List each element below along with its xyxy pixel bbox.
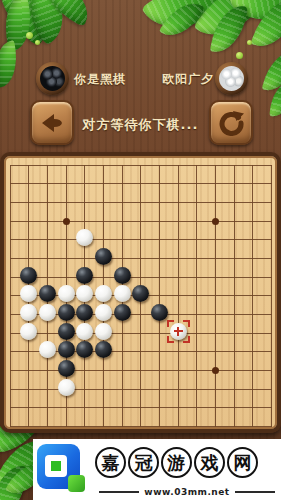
stone-black <box>20 267 37 284</box>
grid-line <box>234 165 235 427</box>
stone-white <box>76 285 93 302</box>
player-color-label: 你是黑棋 <box>74 71 126 88</box>
site-name-char: 游 <box>161 447 192 478</box>
divider <box>99 491 139 493</box>
berry-icon <box>26 32 33 39</box>
star-point <box>212 218 219 225</box>
grid-line <box>10 426 272 427</box>
site-logo-icon <box>37 442 91 498</box>
site-name-char: 嘉 <box>95 447 126 478</box>
grid-line <box>271 165 272 427</box>
grid-line <box>196 165 197 427</box>
stone-black <box>58 360 75 377</box>
black-stones-bowl <box>36 62 69 95</box>
last-move-marker <box>167 320 190 343</box>
stone-white <box>20 323 37 340</box>
divider <box>235 491 275 493</box>
stone-black <box>39 285 56 302</box>
star-point <box>63 218 70 225</box>
stone-white <box>95 323 112 340</box>
stone-white <box>58 285 75 302</box>
grid-line <box>215 165 216 427</box>
grid-line <box>10 407 272 408</box>
stone-black <box>114 267 131 284</box>
stone-white <box>76 229 93 246</box>
site-url: www.03mm.net <box>144 487 229 497</box>
star-point <box>212 367 219 374</box>
stone-black <box>151 304 168 321</box>
grid-line <box>10 370 272 371</box>
grid-line <box>10 333 272 334</box>
berry-icon <box>247 40 252 45</box>
stone-black <box>95 248 112 265</box>
game-board[interactable] <box>0 152 281 433</box>
stone-white <box>58 379 75 396</box>
black-stones-in-bowl <box>40 66 65 91</box>
restart-icon <box>218 110 244 136</box>
stone-black <box>58 323 75 340</box>
stone-black <box>76 341 93 358</box>
stone-white <box>76 323 93 340</box>
restart-button[interactable] <box>209 100 253 145</box>
game-screen: 你是黑棋 欧阳广夕 对方等待你下棋... 嘉冠游戏网 www.03mm.net <box>0 0 281 500</box>
stone-white <box>39 341 56 358</box>
site-name-char: 冠 <box>128 447 159 478</box>
berry-icon <box>236 52 243 59</box>
logo-green-square <box>68 475 85 492</box>
grid-line <box>159 165 160 427</box>
stone-black <box>95 341 112 358</box>
white-stones-in-bowl <box>219 66 244 91</box>
stone-black <box>58 304 75 321</box>
opponent-name: 欧阳广夕 <box>162 71 214 88</box>
grid-line <box>252 165 253 427</box>
site-name: 嘉冠游戏网 <box>95 447 258 478</box>
stone-black <box>58 341 75 358</box>
stone-black <box>114 304 131 321</box>
watermark-banner: 嘉冠游戏网 www.03mm.net <box>33 439 281 500</box>
site-name-char: 戏 <box>194 447 225 478</box>
site-name-char: 网 <box>227 447 258 478</box>
grid-line <box>178 165 179 427</box>
stone-black <box>76 304 93 321</box>
stone-white <box>95 285 112 302</box>
white-stones-bowl <box>215 62 248 95</box>
stone-white <box>95 304 112 321</box>
stone-white <box>20 304 37 321</box>
stone-black <box>76 267 93 284</box>
berry-icon <box>35 40 40 45</box>
stone-white <box>20 285 37 302</box>
site-url-row: www.03mm.net <box>99 487 275 497</box>
stone-white <box>114 285 131 302</box>
logo-white-square <box>45 455 67 477</box>
stone-black <box>132 285 149 302</box>
grid-line <box>10 389 272 390</box>
stone-white <box>39 304 56 321</box>
